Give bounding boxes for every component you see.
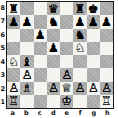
square-d5[interactable]: ♟	[47, 42, 60, 55]
file-label-d: d	[47, 109, 61, 118]
square-h1[interactable]: ♖	[100, 95, 113, 108]
square-f1[interactable]	[73, 95, 86, 108]
file-label-e: e	[60, 109, 74, 118]
square-b1[interactable]	[20, 95, 33, 108]
square-f5[interactable]: ♘	[73, 42, 86, 55]
piece-white-knight[interactable]: ♘	[74, 42, 85, 54]
square-d4[interactable]	[47, 55, 60, 68]
piece-black-pawn[interactable]: ♟	[21, 15, 32, 27]
square-b6[interactable]	[20, 29, 33, 42]
piece-white-pawn[interactable]: ♙	[88, 82, 99, 94]
square-g5[interactable]	[87, 42, 100, 55]
square-f6[interactable]: ♞	[73, 29, 86, 42]
square-g2[interactable]: ♙	[87, 82, 100, 95]
square-h3[interactable]	[100, 68, 113, 81]
square-a6[interactable]	[7, 29, 20, 42]
square-e6[interactable]	[60, 29, 73, 42]
square-d1[interactable]	[47, 95, 60, 108]
piece-black-pawn[interactable]: ♟	[8, 15, 19, 27]
square-c2[interactable]	[34, 82, 47, 95]
square-a5[interactable]	[7, 42, 20, 55]
square-h5[interactable]	[100, 42, 113, 55]
piece-black-queen[interactable]: ♛	[48, 2, 59, 14]
piece-white-queen[interactable]: ♕	[61, 82, 72, 94]
piece-white-pawn[interactable]: ♙	[74, 82, 85, 94]
piece-white-bishop[interactable]: ♗	[21, 82, 32, 94]
file-label-g: g	[87, 109, 101, 118]
file-label-f: f	[74, 109, 88, 118]
square-e8[interactable]	[60, 2, 73, 15]
piece-black-king[interactable]: ♚	[88, 2, 99, 14]
square-h2[interactable]: ♙	[100, 82, 113, 95]
square-c4[interactable]	[34, 55, 47, 68]
square-e1[interactable]: ♔	[60, 95, 73, 108]
piece-black-knight[interactable]: ♞	[48, 15, 59, 27]
square-g1[interactable]	[87, 95, 100, 108]
chess-board: ♜♛♜♚♟♟♞♟♟♟♟♞♟♘♘♝♙♙♙♗♙♕♙♙♙♖♔♖	[6, 1, 114, 109]
file-label-b: b	[20, 109, 34, 118]
square-c6[interactable]: ♟	[34, 29, 47, 42]
square-h8[interactable]	[100, 2, 113, 15]
square-f2[interactable]: ♙	[73, 82, 86, 95]
square-c3[interactable]	[34, 68, 47, 81]
square-d8[interactable]: ♛	[47, 2, 60, 15]
square-g6[interactable]	[87, 29, 100, 42]
piece-white-rook[interactable]: ♖	[8, 95, 19, 107]
square-c1[interactable]	[34, 95, 47, 108]
square-c5[interactable]	[34, 42, 47, 55]
piece-black-pawn[interactable]: ♟	[74, 15, 85, 27]
file-label-a: a	[6, 109, 20, 118]
square-g3[interactable]	[87, 68, 100, 81]
chess-diagram: 87654321 ♜♛♜♚♟♟♞♟♟♟♟♞♟♘♘♝♙♙♙♗♙♕♙♙♙♖♔♖ ab…	[0, 0, 118, 118]
piece-black-pawn[interactable]: ♟	[101, 15, 112, 27]
square-c7[interactable]	[34, 15, 47, 28]
piece-white-knight[interactable]: ♘	[8, 55, 19, 67]
piece-black-rook[interactable]: ♜	[8, 2, 19, 14]
square-g8[interactable]: ♚	[87, 2, 100, 15]
square-e2[interactable]: ♕	[60, 82, 73, 95]
file-labels: abcdefgh	[6, 109, 114, 118]
piece-black-rook[interactable]: ♜	[74, 2, 85, 14]
square-h6[interactable]	[100, 29, 113, 42]
square-h4[interactable]	[100, 55, 113, 68]
square-d3[interactable]	[47, 68, 60, 81]
square-f4[interactable]	[73, 55, 86, 68]
square-b7[interactable]: ♟	[20, 15, 33, 28]
square-a7[interactable]: ♟	[7, 15, 20, 28]
square-d6[interactable]	[47, 29, 60, 42]
piece-white-rook[interactable]: ♖	[101, 95, 112, 107]
square-b5[interactable]	[20, 42, 33, 55]
piece-white-pawn[interactable]: ♙	[101, 82, 112, 94]
piece-black-pawn[interactable]: ♟	[35, 29, 46, 41]
piece-black-knight[interactable]: ♞	[74, 29, 85, 41]
square-g4[interactable]	[87, 55, 100, 68]
square-a2[interactable]: ♙	[7, 82, 20, 95]
square-f7[interactable]: ♟	[73, 15, 86, 28]
piece-white-king[interactable]: ♔	[61, 95, 72, 107]
piece-white-pawn[interactable]: ♙	[61, 68, 72, 80]
square-e5[interactable]	[60, 42, 73, 55]
square-e3[interactable]: ♙	[60, 68, 73, 81]
piece-white-pawn[interactable]: ♙	[48, 82, 59, 94]
piece-black-pawn[interactable]: ♟	[88, 15, 99, 27]
square-e4[interactable]	[60, 55, 73, 68]
file-label-c: c	[33, 109, 47, 118]
piece-black-bishop[interactable]: ♝	[21, 55, 32, 67]
square-b3[interactable]: ♙	[20, 68, 33, 81]
square-f8[interactable]: ♜	[73, 2, 86, 15]
square-a1[interactable]: ♖	[7, 95, 20, 108]
file-label-h: h	[101, 109, 115, 118]
square-f3[interactable]	[73, 68, 86, 81]
square-e7[interactable]	[60, 15, 73, 28]
piece-black-pawn[interactable]: ♟	[48, 42, 59, 54]
square-h7[interactable]: ♟	[100, 15, 113, 28]
square-d2[interactable]: ♙	[47, 82, 60, 95]
square-c8[interactable]	[34, 2, 47, 15]
square-a8[interactable]: ♜	[7, 2, 20, 15]
square-d7[interactable]: ♞	[47, 15, 60, 28]
piece-white-pawn[interactable]: ♙	[21, 68, 32, 80]
square-g7[interactable]: ♟	[87, 15, 100, 28]
square-b2[interactable]: ♗	[20, 82, 33, 95]
square-b8[interactable]	[20, 2, 33, 15]
square-a4[interactable]: ♘	[7, 55, 20, 68]
square-b4[interactable]: ♝	[20, 55, 33, 68]
square-a3[interactable]	[7, 68, 20, 81]
piece-white-pawn[interactable]: ♙	[8, 82, 19, 94]
